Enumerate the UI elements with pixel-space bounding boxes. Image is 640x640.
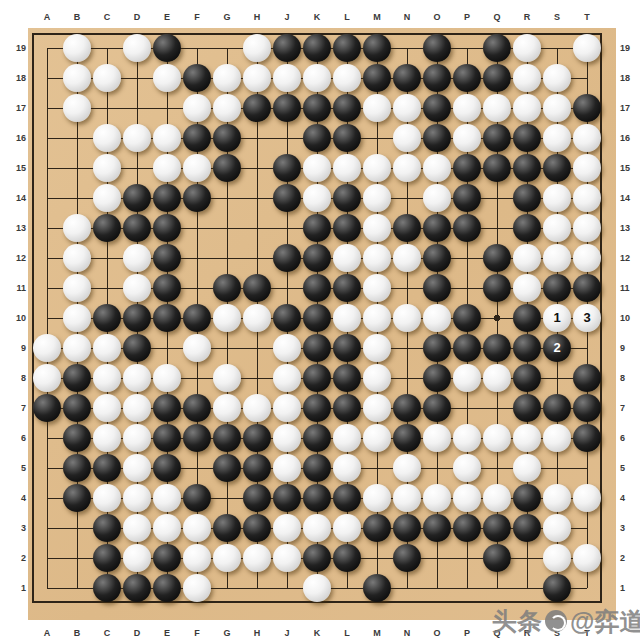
stone-white-C15	[93, 154, 121, 182]
stone-white-F15	[183, 154, 211, 182]
stone-white-C7	[93, 394, 121, 422]
watermark-handle: @弈道秋声	[570, 605, 640, 638]
watermark-prefix: 头条	[492, 605, 542, 638]
stone-black-L4	[333, 484, 361, 512]
stone-black-P13	[453, 214, 481, 242]
stone-white-M6	[363, 424, 391, 452]
stone-black-C13	[93, 214, 121, 242]
stone-black-E19	[153, 34, 181, 62]
stone-black-B7	[63, 394, 91, 422]
stone-white-B9	[63, 334, 91, 362]
stone-white-H10	[243, 304, 271, 332]
stone-white-K18	[303, 64, 331, 92]
stone-white-P16	[453, 124, 481, 152]
stone-white-D16	[123, 124, 151, 152]
stone-white-C4	[93, 484, 121, 512]
stone-black-F6	[183, 424, 211, 452]
stone-white-N15	[393, 154, 421, 182]
stone-black-E1	[153, 574, 181, 602]
col-label-J: J	[284, 628, 289, 638]
stone-black-C10	[93, 304, 121, 332]
stone-white-G2	[213, 544, 241, 572]
stone-white-J7	[273, 394, 301, 422]
stone-black-J4	[273, 484, 301, 512]
stone-white-E4	[153, 484, 181, 512]
stone-white-E15	[153, 154, 181, 182]
stone-white-H7	[243, 394, 271, 422]
stone-black-E12	[153, 244, 181, 272]
stone-black-E11	[153, 274, 181, 302]
stone-white-J6	[273, 424, 301, 452]
stone-black-R3	[513, 514, 541, 542]
stone-black-D13	[123, 214, 151, 242]
stone-black-B8	[63, 364, 91, 392]
stone-black-Q12	[483, 244, 511, 272]
stone-black-E13	[153, 214, 181, 242]
stone-black-H5	[243, 454, 271, 482]
stone-white-L5	[333, 454, 361, 482]
stone-black-T8	[573, 364, 601, 392]
row-label-left-11: 11	[6, 283, 26, 293]
stone-black-K16	[303, 124, 331, 152]
stone-black-B5	[63, 454, 91, 482]
row-label-right-6: 6	[620, 433, 640, 443]
col-label-M: M	[373, 12, 381, 22]
row-label-right-14: 14	[620, 193, 640, 203]
stone-black-C1	[93, 574, 121, 602]
stone-black-F16	[183, 124, 211, 152]
row-label-right-16: 16	[620, 133, 640, 143]
stone-black-A7	[33, 394, 61, 422]
stone-black-S1	[543, 574, 571, 602]
stone-white-O4	[423, 484, 451, 512]
stone-black-S15	[543, 154, 571, 182]
row-label-left-18: 18	[6, 73, 26, 83]
stone-black-N2	[393, 544, 421, 572]
stone-white-D5	[123, 454, 151, 482]
stone-white-N10	[393, 304, 421, 332]
stone-white-Q8	[483, 364, 511, 392]
stone-white-M15	[363, 154, 391, 182]
stone-white-C14	[93, 184, 121, 212]
stone-black-E6	[153, 424, 181, 452]
stone-black-T7	[573, 394, 601, 422]
row-label-left-3: 3	[6, 523, 26, 533]
col-label-P: P	[464, 628, 470, 638]
stone-white-L3	[333, 514, 361, 542]
stone-white-F2	[183, 544, 211, 572]
stone-black-J14	[273, 184, 301, 212]
stone-black-R10	[513, 304, 541, 332]
stone-white-S3	[543, 514, 571, 542]
stone-black-F7	[183, 394, 211, 422]
stone-black-O13	[423, 214, 451, 242]
col-label-F: F	[194, 12, 200, 22]
row-label-left-16: 16	[6, 133, 26, 143]
stone-white-M14	[363, 184, 391, 212]
stone-white-O6	[423, 424, 451, 452]
row-label-left-8: 8	[6, 373, 26, 383]
stone-white-B19	[63, 34, 91, 62]
stone-black-P14	[453, 184, 481, 212]
stone-white-G18	[213, 64, 241, 92]
row-label-right-5: 5	[620, 463, 640, 473]
col-label-F: F	[194, 628, 200, 638]
stone-black-J19	[273, 34, 301, 62]
stone-white-O15	[423, 154, 451, 182]
col-label-M: M	[373, 628, 381, 638]
stone-black-H4	[243, 484, 271, 512]
stone-white-G17	[213, 94, 241, 122]
stone-white-D4	[123, 484, 151, 512]
row-label-right-3: 3	[620, 523, 640, 533]
col-label-H: H	[254, 12, 261, 22]
stone-white-M8	[363, 364, 391, 392]
move-number-2: 2	[543, 334, 571, 362]
stone-black-B6	[63, 424, 91, 452]
row-label-left-7: 7	[6, 403, 26, 413]
stone-white-Q6	[483, 424, 511, 452]
stone-white-C9	[93, 334, 121, 362]
stone-black-J12	[273, 244, 301, 272]
stone-black-P10	[453, 304, 481, 332]
stone-white-N5	[393, 454, 421, 482]
stone-white-K3	[303, 514, 331, 542]
stone-white-D3	[123, 514, 151, 542]
stone-black-N7	[393, 394, 421, 422]
stone-black-O12	[423, 244, 451, 272]
stone-white-B12	[63, 244, 91, 272]
stone-white-G8	[213, 364, 241, 392]
stone-white-K15	[303, 154, 331, 182]
stone-black-Q3	[483, 514, 511, 542]
stone-white-R18	[513, 64, 541, 92]
stone-black-P15	[453, 154, 481, 182]
row-label-right-19: 19	[620, 43, 640, 53]
stone-white-B18	[63, 64, 91, 92]
stone-white-N4	[393, 484, 421, 512]
row-label-left-10: 10	[6, 313, 26, 323]
stone-white-R5	[513, 454, 541, 482]
stone-white-D11	[123, 274, 151, 302]
stone-white-J2	[273, 544, 301, 572]
stone-white-S4	[543, 484, 571, 512]
stone-black-E14	[153, 184, 181, 212]
stone-white-T15	[573, 154, 601, 182]
col-label-K: K	[314, 628, 321, 638]
stone-white-L10	[333, 304, 361, 332]
col-label-J: J	[284, 12, 289, 22]
stone-white-S6	[543, 424, 571, 452]
stone-white-T13	[573, 214, 601, 242]
move-number-3: 3	[573, 304, 601, 332]
stone-white-N16	[393, 124, 421, 152]
col-label-C: C	[104, 628, 111, 638]
col-label-N: N	[404, 12, 411, 22]
col-label-O: O	[433, 12, 440, 22]
stone-black-K10	[303, 304, 331, 332]
stone-black-O16	[423, 124, 451, 152]
row-label-left-15: 15	[6, 163, 26, 173]
col-label-D: D	[134, 12, 141, 22]
stone-black-L16	[333, 124, 361, 152]
col-label-N: N	[404, 628, 411, 638]
stone-black-K11	[303, 274, 331, 302]
stone-white-B17	[63, 94, 91, 122]
stone-white-B10	[63, 304, 91, 332]
stone-white-K14	[303, 184, 331, 212]
stone-white-M9	[363, 334, 391, 362]
stone-black-E10	[153, 304, 181, 332]
stone-black-R7	[513, 394, 541, 422]
stone-white-F1	[183, 574, 211, 602]
row-label-left-6: 6	[6, 433, 26, 443]
stone-white-D2	[123, 544, 151, 572]
stone-white-O10	[423, 304, 451, 332]
stone-white-S2	[543, 544, 571, 572]
stone-black-O18	[423, 64, 451, 92]
col-label-H: H	[254, 628, 261, 638]
row-label-left-12: 12	[6, 253, 26, 263]
stone-black-R4	[513, 484, 541, 512]
stone-black-C5	[93, 454, 121, 482]
row-label-left-14: 14	[6, 193, 26, 203]
stone-black-K2	[303, 544, 331, 572]
stone-white-Q4	[483, 484, 511, 512]
stone-white-P4	[453, 484, 481, 512]
stone-black-K6	[303, 424, 331, 452]
row-label-left-5: 5	[6, 463, 26, 473]
stone-white-A8	[33, 364, 61, 392]
stone-black-R9	[513, 334, 541, 362]
stone-white-S18	[543, 64, 571, 92]
col-label-O: O	[433, 628, 440, 638]
stone-white-H2	[243, 544, 271, 572]
col-label-P: P	[464, 12, 470, 22]
stone-black-K12	[303, 244, 331, 272]
stone-white-J3	[273, 514, 301, 542]
stone-black-Q16	[483, 124, 511, 152]
col-label-R: R	[524, 12, 531, 22]
stone-white-D8	[123, 364, 151, 392]
row-label-left-17: 17	[6, 103, 26, 113]
stone-black-E2	[153, 544, 181, 572]
stone-white-F9	[183, 334, 211, 362]
stone-white-N12	[393, 244, 421, 272]
col-label-K: K	[314, 12, 321, 22]
stone-white-P5	[453, 454, 481, 482]
stone-black-O17	[423, 94, 451, 122]
stone-white-M12	[363, 244, 391, 272]
stone-white-K1	[303, 574, 331, 602]
stone-white-F17	[183, 94, 211, 122]
col-label-D: D	[134, 628, 141, 638]
stone-black-N18	[393, 64, 421, 92]
stone-black-D14	[123, 184, 151, 212]
stone-black-O19	[423, 34, 451, 62]
stone-black-G6	[213, 424, 241, 452]
stone-black-P18	[453, 64, 481, 92]
stone-black-T17	[573, 94, 601, 122]
row-label-right-13: 13	[620, 223, 640, 233]
stone-white-O14	[423, 184, 451, 212]
toutiao-logo-icon	[545, 610, 567, 632]
stone-black-O9	[423, 334, 451, 362]
stone-black-K9	[303, 334, 331, 362]
stone-white-M10	[363, 304, 391, 332]
stone-white-Q17	[483, 94, 511, 122]
stone-white-H18	[243, 64, 271, 92]
stone-white-J9	[273, 334, 301, 362]
stone-black-L8	[333, 364, 361, 392]
row-label-right-1: 1	[620, 583, 640, 593]
stone-black-G3	[213, 514, 241, 542]
stone-white-R19	[513, 34, 541, 62]
row-label-left-13: 13	[6, 223, 26, 233]
col-label-S: S	[554, 12, 560, 22]
stone-black-M3	[363, 514, 391, 542]
stone-white-L12	[333, 244, 361, 272]
stone-black-C2	[93, 544, 121, 572]
stone-black-K13	[303, 214, 331, 242]
row-label-left-19: 19	[6, 43, 26, 53]
stone-black-E5	[153, 454, 181, 482]
col-label-B: B	[74, 628, 81, 638]
stone-white-M7	[363, 394, 391, 422]
stone-black-R16	[513, 124, 541, 152]
row-label-right-8: 8	[620, 373, 640, 383]
stone-black-O3	[423, 514, 451, 542]
stone-black-D9	[123, 334, 151, 362]
stone-black-R13	[513, 214, 541, 242]
stone-white-J8	[273, 364, 301, 392]
col-label-C: C	[104, 12, 111, 22]
stone-white-M17	[363, 94, 391, 122]
stone-white-R12	[513, 244, 541, 272]
row-label-right-10: 10	[620, 313, 640, 323]
stone-black-D1	[123, 574, 151, 602]
stone-white-S13	[543, 214, 571, 242]
stone-white-S14	[543, 184, 571, 212]
stone-white-D19	[123, 34, 151, 62]
row-label-right-17: 17	[620, 103, 640, 113]
stone-white-C16	[93, 124, 121, 152]
stone-black-P3	[453, 514, 481, 542]
stone-white-B13	[63, 214, 91, 242]
col-label-G: G	[223, 628, 230, 638]
stone-black-M19	[363, 34, 391, 62]
row-label-right-4: 4	[620, 493, 640, 503]
row-label-right-15: 15	[620, 163, 640, 173]
row-label-left-2: 2	[6, 553, 26, 563]
stone-white-R6	[513, 424, 541, 452]
stone-white-G10	[213, 304, 241, 332]
stone-black-S7	[543, 394, 571, 422]
row-label-left-9: 9	[6, 343, 26, 353]
watermark: 头条 @弈道秋声	[492, 604, 640, 638]
stone-black-K7	[303, 394, 331, 422]
stone-black-N13	[393, 214, 421, 242]
row-label-right-9: 9	[620, 343, 640, 353]
col-label-L: L	[344, 12, 350, 22]
stone-black-K5	[303, 454, 331, 482]
stone-white-T14	[573, 184, 601, 212]
stone-black-R15	[513, 154, 541, 182]
stone-white-T19	[573, 34, 601, 62]
stone-white-J5	[273, 454, 301, 482]
stone-black-F10	[183, 304, 211, 332]
stone-black-L17	[333, 94, 361, 122]
col-label-A: A	[44, 628, 51, 638]
stone-black-Q18	[483, 64, 511, 92]
stone-black-L13	[333, 214, 361, 242]
stone-black-K4	[303, 484, 331, 512]
stone-black-F14	[183, 184, 211, 212]
row-label-right-2: 2	[620, 553, 640, 563]
stone-white-L15	[333, 154, 361, 182]
stone-black-L14	[333, 184, 361, 212]
stone-black-T6	[573, 424, 601, 452]
stone-black-T11	[573, 274, 601, 302]
stone-black-Q19	[483, 34, 511, 62]
stone-white-T2	[573, 544, 601, 572]
stone-white-P17	[453, 94, 481, 122]
col-label-A: A	[44, 12, 51, 22]
col-label-G: G	[223, 12, 230, 22]
stone-white-C18	[93, 64, 121, 92]
stone-black-K19	[303, 34, 331, 62]
stone-black-E7	[153, 394, 181, 422]
stone-black-J10	[273, 304, 301, 332]
stone-white-J18	[273, 64, 301, 92]
stone-black-G16	[213, 124, 241, 152]
stone-black-Q11	[483, 274, 511, 302]
stone-black-Q15	[483, 154, 511, 182]
col-label-L: L	[344, 628, 350, 638]
stone-black-S11	[543, 274, 571, 302]
stone-white-E18	[153, 64, 181, 92]
stone-black-L7	[333, 394, 361, 422]
stone-black-O11	[423, 274, 451, 302]
stone-black-O8	[423, 364, 451, 392]
stone-black-C3	[93, 514, 121, 542]
stone-black-K8	[303, 364, 331, 392]
stone-black-G11	[213, 274, 241, 302]
stone-white-C6	[93, 424, 121, 452]
stone-black-H3	[243, 514, 271, 542]
stone-white-R11	[513, 274, 541, 302]
stone-white-S12	[543, 244, 571, 272]
stone-black-N6	[393, 424, 421, 452]
stone-white-T12	[573, 244, 601, 272]
row-label-right-12: 12	[620, 253, 640, 263]
stone-black-Q2	[483, 544, 511, 572]
stone-white-L18	[333, 64, 361, 92]
stone-white-R17	[513, 94, 541, 122]
stone-white-T4	[573, 484, 601, 512]
stone-black-B4	[63, 484, 91, 512]
stone-white-M11	[363, 274, 391, 302]
stone-white-H19	[243, 34, 271, 62]
stone-black-H6	[243, 424, 271, 452]
stone-black-H11	[243, 274, 271, 302]
row-label-right-18: 18	[620, 73, 640, 83]
stone-black-M18	[363, 64, 391, 92]
stone-white-C8	[93, 364, 121, 392]
stone-black-Q9	[483, 334, 511, 362]
stone-white-N17	[393, 94, 421, 122]
stone-white-M13	[363, 214, 391, 242]
